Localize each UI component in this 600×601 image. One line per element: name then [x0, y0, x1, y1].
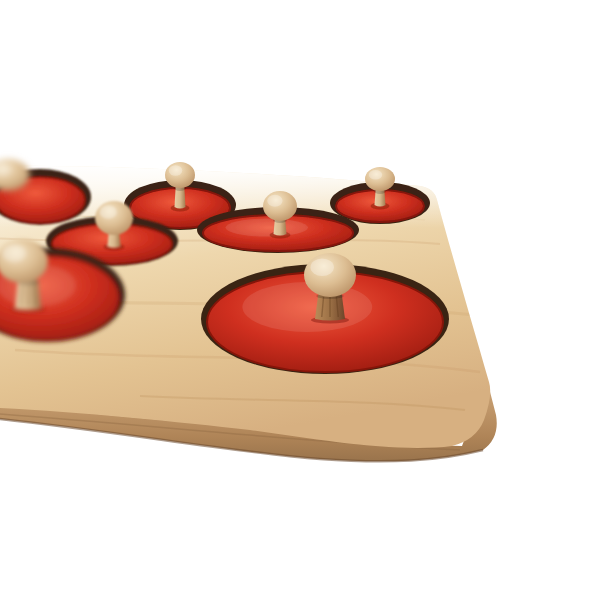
page: { "game": "montessori-knobbed-cylinders"… [0, 0, 600, 601]
knob-highlight [311, 259, 334, 277]
scene-svg [0, 0, 600, 601]
knob-ball [263, 191, 297, 221]
knob-ball [95, 201, 133, 235]
knob-ball [165, 162, 195, 188]
knob-ball [365, 167, 395, 191]
disc-back-right[interactable] [330, 167, 430, 224]
disc-sheen [242, 282, 372, 332]
knob-highlight [3, 245, 26, 263]
knob-ball [304, 253, 356, 297]
disc-sheen [226, 219, 309, 237]
knob-highlight [100, 205, 117, 219]
knob-highlight [267, 195, 282, 207]
knob-highlight [369, 170, 383, 180]
product-photo [0, 0, 600, 601]
knob-highlight [169, 165, 183, 175]
